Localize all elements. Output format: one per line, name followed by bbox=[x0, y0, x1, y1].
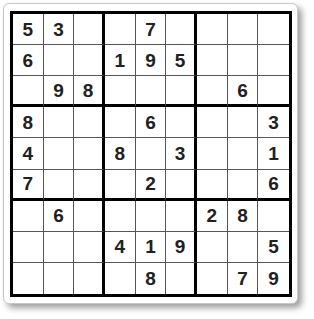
cell-r6c6[interactable] bbox=[166, 170, 197, 201]
cell-r7c7[interactable]: 2 bbox=[197, 201, 228, 232]
cell-r9c4[interactable] bbox=[105, 263, 136, 294]
cell-r5c4[interactable]: 8 bbox=[105, 138, 136, 169]
cell-r2c4[interactable]: 1 bbox=[105, 45, 136, 76]
cell-r1c4[interactable] bbox=[105, 14, 136, 45]
cell-r4c7[interactable] bbox=[197, 107, 228, 138]
cell-r3c9[interactable] bbox=[258, 76, 289, 107]
cell-r7c4[interactable] bbox=[105, 201, 136, 232]
cell-r7c1[interactable] bbox=[13, 201, 44, 232]
cell-r3c5[interactable] bbox=[136, 76, 167, 107]
cell-r6c1[interactable]: 7 bbox=[13, 170, 44, 201]
cell-r2c6[interactable]: 5 bbox=[166, 45, 197, 76]
cell-r4c5[interactable]: 6 bbox=[136, 107, 167, 138]
cell-r9c3[interactable] bbox=[74, 263, 105, 294]
cell-r1c2[interactable]: 3 bbox=[44, 14, 75, 45]
cell-r1c3[interactable] bbox=[74, 14, 105, 45]
cell-r6c5[interactable]: 2 bbox=[136, 170, 167, 201]
cell-r6c7[interactable] bbox=[197, 170, 228, 201]
cell-r5c8[interactable] bbox=[228, 138, 259, 169]
cell-r5c6[interactable]: 3 bbox=[166, 138, 197, 169]
cell-r5c1[interactable]: 4 bbox=[13, 138, 44, 169]
cell-r7c3[interactable] bbox=[74, 201, 105, 232]
cell-r8c4[interactable]: 4 bbox=[105, 232, 136, 263]
cell-r7c5[interactable] bbox=[136, 201, 167, 232]
cell-r2c9[interactable] bbox=[258, 45, 289, 76]
cell-r3c1[interactable] bbox=[13, 76, 44, 107]
cell-r6c3[interactable] bbox=[74, 170, 105, 201]
cell-r3c3[interactable]: 8 bbox=[74, 76, 105, 107]
cell-r3c4[interactable] bbox=[105, 76, 136, 107]
page-background: 537619598686348317266284195879 bbox=[0, 0, 314, 319]
cell-r9c5[interactable]: 8 bbox=[136, 263, 167, 294]
cell-r2c2[interactable] bbox=[44, 45, 75, 76]
cell-r1c7[interactable] bbox=[197, 14, 228, 45]
cell-r1c6[interactable] bbox=[166, 14, 197, 45]
cell-r1c1[interactable]: 5 bbox=[13, 14, 44, 45]
cell-r4c6[interactable] bbox=[166, 107, 197, 138]
cell-r5c9[interactable]: 1 bbox=[258, 138, 289, 169]
cell-r8c3[interactable] bbox=[74, 232, 105, 263]
cell-r9c1[interactable] bbox=[13, 263, 44, 294]
cell-r8c7[interactable] bbox=[197, 232, 228, 263]
cell-r1c5[interactable]: 7 bbox=[136, 14, 167, 45]
cell-r9c6[interactable] bbox=[166, 263, 197, 294]
cell-r3c7[interactable] bbox=[197, 76, 228, 107]
cell-r5c7[interactable] bbox=[197, 138, 228, 169]
cell-r8c6[interactable]: 9 bbox=[166, 232, 197, 263]
cell-r2c1[interactable]: 6 bbox=[13, 45, 44, 76]
cell-r1c9[interactable] bbox=[258, 14, 289, 45]
cell-r7c8[interactable]: 8 bbox=[228, 201, 259, 232]
cell-r9c7[interactable] bbox=[197, 263, 228, 294]
sudoku-card: 537619598686348317266284195879 bbox=[3, 3, 298, 304]
cell-r3c6[interactable] bbox=[166, 76, 197, 107]
cell-r7c6[interactable] bbox=[166, 201, 197, 232]
cell-r5c5[interactable] bbox=[136, 138, 167, 169]
cell-r4c1[interactable]: 8 bbox=[13, 107, 44, 138]
sudoku-board: 537619598686348317266284195879 bbox=[10, 11, 292, 297]
cell-r4c2[interactable] bbox=[44, 107, 75, 138]
cell-r2c7[interactable] bbox=[197, 45, 228, 76]
cell-r6c2[interactable] bbox=[44, 170, 75, 201]
cell-r4c8[interactable] bbox=[228, 107, 259, 138]
cell-r6c4[interactable] bbox=[105, 170, 136, 201]
cell-r4c4[interactable] bbox=[105, 107, 136, 138]
cell-r8c9[interactable]: 5 bbox=[258, 232, 289, 263]
cell-r2c5[interactable]: 9 bbox=[136, 45, 167, 76]
cell-r8c1[interactable] bbox=[13, 232, 44, 263]
cell-r9c8[interactable]: 7 bbox=[228, 263, 259, 294]
cell-r9c9[interactable]: 9 bbox=[258, 263, 289, 294]
cell-r2c3[interactable] bbox=[74, 45, 105, 76]
cell-r8c5[interactable]: 1 bbox=[136, 232, 167, 263]
cell-r8c2[interactable] bbox=[44, 232, 75, 263]
cell-r7c9[interactable] bbox=[258, 201, 289, 232]
cell-r9c2[interactable] bbox=[44, 263, 75, 294]
cell-r4c3[interactable] bbox=[74, 107, 105, 138]
cell-r1c8[interactable] bbox=[228, 14, 259, 45]
cell-r2c8[interactable] bbox=[228, 45, 259, 76]
cell-r5c2[interactable] bbox=[44, 138, 75, 169]
cell-r4c9[interactable]: 3 bbox=[258, 107, 289, 138]
cell-r5c3[interactable] bbox=[74, 138, 105, 169]
cell-r8c8[interactable] bbox=[228, 232, 259, 263]
cell-r7c2[interactable]: 6 bbox=[44, 201, 75, 232]
cell-r6c8[interactable] bbox=[228, 170, 259, 201]
cell-r3c2[interactable]: 9 bbox=[44, 76, 75, 107]
cell-r3c8[interactable]: 6 bbox=[228, 76, 259, 107]
cell-r6c9[interactable]: 6 bbox=[258, 170, 289, 201]
